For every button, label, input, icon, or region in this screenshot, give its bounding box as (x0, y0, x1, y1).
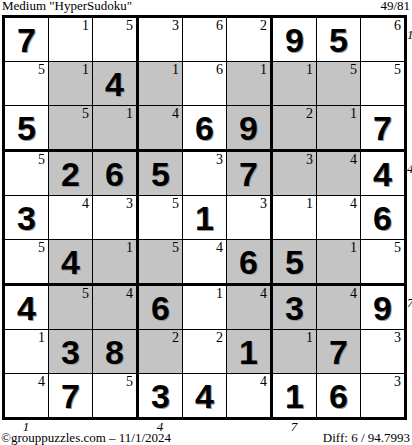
pencil-mark: 1 (126, 107, 133, 121)
pencil-mark: 1 (306, 197, 313, 211)
cell-r8c5[interactable]: 2 (183, 330, 226, 373)
pencil-mark: 5 (38, 63, 45, 77)
cell-r6c6[interactable]: 6 (227, 240, 270, 283)
cell-r6c4[interactable]: 5 (139, 240, 182, 283)
cell-r2c1[interactable]: 5 (5, 62, 48, 105)
cell-r5c6[interactable]: 3 (227, 196, 270, 239)
cell-r3c5[interactable]: 6 (183, 106, 226, 149)
cell-r4c3[interactable]: 6 (93, 152, 136, 195)
cell-r7c3[interactable]: 4 (93, 286, 136, 329)
cell-r8c4[interactable]: 2 (139, 330, 182, 373)
cell-r3c8[interactable]: 1 (317, 106, 360, 149)
given-digit: 6 (105, 157, 124, 191)
cell-r9c1[interactable]: 4 (5, 374, 48, 417)
given-digit: 2 (61, 157, 80, 191)
cell-r7c7[interactable]: 3 (273, 286, 316, 329)
cell-r6c9[interactable]: 5 (361, 240, 404, 283)
given-digit: 3 (151, 379, 170, 413)
given-digit: 4 (105, 67, 124, 101)
cell-r7c6[interactable]: 4 (227, 286, 270, 329)
cell-r8c9[interactable]: 3 (361, 330, 404, 373)
pencil-mark: 1 (260, 63, 267, 77)
cell-r2c4[interactable]: 1 (139, 62, 182, 105)
pencil-mark: 1 (172, 63, 179, 77)
pencil-mark: 3 (126, 197, 133, 211)
cell-r4c2[interactable]: 2 (49, 152, 92, 195)
cell-r2c7[interactable]: 1 (273, 62, 316, 105)
pencil-mark: 4 (172, 107, 179, 121)
cell-r8c1[interactable]: 1 (5, 330, 48, 373)
puzzle-page: Medium "HyperSudoku" 49/81 7155145513621… (0, 0, 412, 445)
cell-r5c7[interactable]: 1 (273, 196, 316, 239)
pencil-mark: 4 (260, 375, 267, 389)
cell-r7c4[interactable]: 6 (139, 286, 182, 329)
cell-r3c7[interactable]: 2 (273, 106, 316, 149)
cell-r9c9[interactable]: 3 (361, 374, 404, 417)
cell-r9c3[interactable]: 5 (93, 374, 136, 417)
pencil-mark: 5 (126, 375, 133, 389)
pencil-mark: 4 (126, 287, 133, 301)
box-3-1: 454138475 (5, 286, 136, 417)
cell-r3c3[interactable]: 1 (93, 106, 136, 149)
given-digit: 4 (195, 379, 214, 413)
box-2-2: 537513546 (139, 152, 270, 283)
given-digit: 4 (373, 157, 392, 191)
pencil-mark: 5 (172, 197, 179, 211)
cell-r7c8[interactable]: 4 (317, 286, 360, 329)
pencil-mark: 4 (216, 241, 223, 255)
given-digit: 1 (195, 201, 214, 235)
cell-r4c4[interactable]: 5 (139, 152, 182, 195)
cell-r8c8[interactable]: 7 (317, 330, 360, 373)
pencil-mark: 4 (350, 153, 357, 167)
cell-r1c8[interactable]: 5 (317, 18, 360, 61)
pencil-mark: 5 (38, 153, 45, 167)
cell-r1c1[interactable]: 7 (5, 18, 48, 61)
pencil-mark: 4 (260, 287, 267, 301)
cell-r3c1[interactable]: 5 (5, 106, 48, 149)
cell-r6c8[interactable]: 1 (317, 240, 360, 283)
cell-r1c7[interactable]: 9 (273, 18, 316, 61)
given-digit: 5 (285, 245, 304, 279)
pencil-mark: 3 (216, 153, 223, 167)
cell-r6c3[interactable]: 1 (93, 240, 136, 283)
sudoku-board: 7155145513621614699561552175263435415375… (2, 15, 407, 420)
given-digit: 4 (61, 245, 80, 279)
cell-r5c1[interactable]: 3 (5, 196, 48, 239)
pencil-mark: 1 (306, 331, 313, 345)
given-digit: 3 (285, 291, 304, 325)
cell-r3c4[interactable]: 4 (139, 106, 182, 149)
row-label-4: 4 (407, 162, 412, 175)
box-3-3: 349173163 (273, 286, 404, 417)
pencil-mark: 5 (126, 19, 133, 33)
difficulty-text: Diff: 6 / 94.7993 (323, 431, 410, 445)
pencil-mark: 4 (82, 197, 89, 211)
cell-r8c2[interactable]: 3 (49, 330, 92, 373)
given-digit: 5 (151, 157, 170, 191)
given-digit: 8 (105, 335, 124, 369)
pencil-mark: 5 (38, 241, 45, 255)
cell-r5c5[interactable]: 1 (183, 196, 226, 239)
pencil-mark: 5 (82, 107, 89, 121)
cell-r9c4[interactable]: 3 (139, 374, 182, 417)
cell-r4c6[interactable]: 7 (227, 152, 270, 195)
cell-r9c2[interactable]: 7 (49, 374, 92, 417)
given-digit: 6 (329, 379, 348, 413)
given-digit: 3 (17, 201, 36, 235)
box-3-2: 614221344 (139, 286, 270, 417)
pencil-mark: 1 (350, 107, 357, 121)
copyright-text: ©grouppuzzles.com – 11/1/2024 (1, 431, 171, 445)
cell-r7c2[interactable]: 5 (49, 286, 92, 329)
cell-r3c2[interactable]: 5 (49, 106, 92, 149)
given-digit: 6 (151, 291, 170, 325)
cell-r3c6[interactable]: 9 (227, 106, 270, 149)
box-2-1: 526343541 (5, 152, 136, 283)
cell-r1c4[interactable]: 3 (139, 18, 182, 61)
pencil-mark: 6 (216, 63, 223, 77)
cell-r4c1[interactable]: 5 (5, 152, 48, 195)
cell-r2c8[interactable]: 5 (317, 62, 360, 105)
given-digit: 1 (285, 379, 304, 413)
cell-r6c7[interactable]: 5 (273, 240, 316, 283)
cell-r5c3[interactable]: 3 (93, 196, 136, 239)
given-digit: 5 (329, 23, 348, 57)
cell-r1c9[interactable]: 6 (361, 18, 404, 61)
pencil-mark: 5 (350, 63, 357, 77)
given-digit: 9 (285, 23, 304, 57)
cell-r8c7[interactable]: 1 (273, 330, 316, 373)
cell-r2c5[interactable]: 6 (183, 62, 226, 105)
pencil-mark: 2 (216, 331, 223, 345)
cell-r9c8[interactable]: 6 (317, 374, 360, 417)
given-digit: 1 (239, 335, 258, 369)
cell-r1c3[interactable]: 5 (93, 18, 136, 61)
pencil-mark: 4 (350, 197, 357, 211)
pencil-mark: 1 (306, 63, 313, 77)
given-digit: 4 (17, 291, 36, 325)
pencil-mark: 1 (82, 63, 89, 77)
cell-r2c9[interactable]: 5 (361, 62, 404, 105)
pencil-mark: 5 (82, 287, 89, 301)
cell-r7c9[interactable]: 9 (361, 286, 404, 329)
given-digit: 7 (329, 335, 348, 369)
cell-r4c7[interactable]: 3 (273, 152, 316, 195)
given-digit: 6 (195, 111, 214, 145)
pencil-mark: 3 (394, 375, 401, 389)
given-digit: 5 (17, 111, 36, 145)
row-label-1: 1 (407, 28, 412, 41)
cell-r5c8[interactable]: 4 (317, 196, 360, 239)
pencil-mark: 3 (394, 331, 401, 345)
given-digit: 3 (61, 335, 80, 369)
cell-r2c6[interactable]: 1 (227, 62, 270, 105)
cell-r1c6[interactable]: 2 (227, 18, 270, 61)
pencil-mark: 3 (306, 153, 313, 167)
cell-r8c6[interactable]: 1 (227, 330, 270, 373)
box-2-3: 344146515 (273, 152, 404, 283)
given-digit: 7 (61, 379, 80, 413)
pencil-mark: 1 (126, 241, 133, 255)
pencil-mark: 4 (350, 287, 357, 301)
given-digit: 6 (373, 201, 392, 235)
cell-r3c9[interactable]: 7 (361, 106, 404, 149)
given-digit: 7 (17, 23, 36, 57)
pencil-mark: 6 (216, 19, 223, 33)
cell-r1c5[interactable]: 6 (183, 18, 226, 61)
pencil-mark: 1 (216, 287, 223, 301)
box-1-2: 362161469 (139, 18, 270, 149)
puzzle-title: Medium "HyperSudoku" (2, 0, 132, 13)
given-digit: 6 (239, 245, 258, 279)
cell-r2c2[interactable]: 1 (49, 62, 92, 105)
given-digit: 7 (239, 157, 258, 191)
pencil-mark: 5 (394, 241, 401, 255)
pencil-mark: 5 (172, 241, 179, 255)
cell-r5c4[interactable]: 5 (139, 196, 182, 239)
cell-r5c2[interactable]: 4 (49, 196, 92, 239)
cell-r6c5[interactable]: 4 (183, 240, 226, 283)
cell-r1c2[interactable]: 1 (49, 18, 92, 61)
row-label-7: 7 (407, 296, 412, 309)
pencil-mark: 1 (350, 241, 357, 255)
cell-r5c9[interactable]: 6 (361, 196, 404, 239)
cell-r2c3[interactable]: 4 (93, 62, 136, 105)
cell-r7c1[interactable]: 4 (5, 286, 48, 329)
cell-r4c5[interactable]: 3 (183, 152, 226, 195)
pencil-mark: 4 (38, 375, 45, 389)
pencil-mark: 2 (306, 107, 313, 121)
given-digit: 9 (373, 291, 392, 325)
given-digit: 7 (373, 111, 392, 145)
given-digit: 9 (239, 111, 258, 145)
remaining-counter: 49/81 (380, 0, 410, 13)
pencil-mark: 1 (38, 331, 45, 345)
pencil-mark: 5 (394, 63, 401, 77)
cell-r9c5[interactable]: 4 (183, 374, 226, 417)
pencil-mark: 3 (172, 19, 179, 33)
pencil-mark: 6 (394, 19, 401, 33)
cell-r8c3[interactable]: 8 (93, 330, 136, 373)
header: Medium "HyperSudoku" 49/81 (0, 0, 412, 14)
pencil-mark: 3 (260, 197, 267, 211)
cell-r4c9[interactable]: 4 (361, 152, 404, 195)
cell-r6c1[interactable]: 5 (5, 240, 48, 283)
pencil-mark: 2 (260, 19, 267, 33)
pencil-mark: 2 (172, 331, 179, 345)
cell-r7c5[interactable]: 1 (183, 286, 226, 329)
cell-r6c2[interactable]: 4 (49, 240, 92, 283)
pencil-mark: 1 (82, 19, 89, 33)
box-1-1: 715514551 (5, 18, 136, 149)
cell-r9c6[interactable]: 4 (227, 374, 270, 417)
footer: ©grouppuzzles.com – 11/1/2024 Diff: 6 / … (0, 431, 412, 445)
cell-r4c8[interactable]: 4 (317, 152, 360, 195)
box-1-3: 956155217 (273, 18, 404, 149)
cell-r9c7[interactable]: 1 (273, 374, 316, 417)
